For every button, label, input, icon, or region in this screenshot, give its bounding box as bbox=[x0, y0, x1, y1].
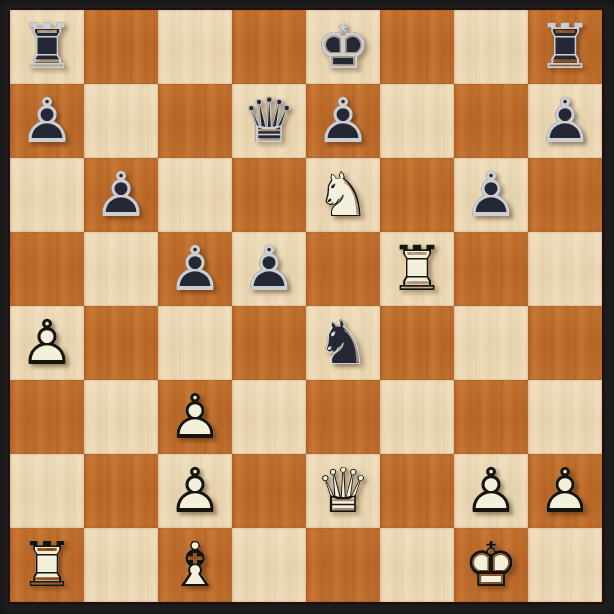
bishop-glyph-outline: ♗ bbox=[158, 528, 232, 602]
square-a8[interactable]: ♜♖ bbox=[10, 10, 84, 84]
rook-glyph-outline: ♖ bbox=[10, 10, 84, 84]
pawn-glyph-outline: ♙ bbox=[158, 380, 232, 454]
square-f4[interactable] bbox=[380, 306, 454, 380]
square-c3[interactable]: ♟♙ bbox=[158, 380, 232, 454]
white-knight-e6[interactable]: ♞♘ bbox=[306, 158, 380, 232]
square-a3[interactable] bbox=[10, 380, 84, 454]
square-g8[interactable] bbox=[454, 10, 528, 84]
white-bishop-c1[interactable]: ♝♗ bbox=[158, 528, 232, 602]
pawn-glyph-outline: ♙ bbox=[454, 158, 528, 232]
square-c2[interactable]: ♟♙ bbox=[158, 454, 232, 528]
square-h2[interactable]: ♟♙ bbox=[528, 454, 602, 528]
square-e4[interactable]: ♞♘ bbox=[306, 306, 380, 380]
rook-glyph-outline: ♖ bbox=[528, 10, 602, 84]
square-d8[interactable] bbox=[232, 10, 306, 84]
square-e2[interactable]: ♛♕ bbox=[306, 454, 380, 528]
square-b8[interactable] bbox=[84, 10, 158, 84]
rook-glyph-outline: ♖ bbox=[10, 528, 84, 602]
chess-board[interactable]: ♜♖♚♔♜♖♟♙♛♕♟♙♟♙♟♙♞♘♟♙♟♙♟♙♜♖♟♙♞♘♟♙♟♙♛♕♟♙♟♙… bbox=[10, 10, 602, 602]
pawn-glyph-outline: ♙ bbox=[306, 84, 380, 158]
white-pawn-g2[interactable]: ♟♙ bbox=[454, 454, 528, 528]
rook-glyph-outline: ♖ bbox=[380, 232, 454, 306]
king-glyph-outline: ♔ bbox=[306, 10, 380, 84]
square-a5[interactable] bbox=[10, 232, 84, 306]
square-h1[interactable] bbox=[528, 528, 602, 602]
black-pawn-b6[interactable]: ♟♙ bbox=[84, 158, 158, 232]
square-g2[interactable]: ♟♙ bbox=[454, 454, 528, 528]
square-b2[interactable] bbox=[84, 454, 158, 528]
black-pawn-a7[interactable]: ♟♙ bbox=[10, 84, 84, 158]
square-e6[interactable]: ♞♘ bbox=[306, 158, 380, 232]
white-rook-f5[interactable]: ♜♖ bbox=[380, 232, 454, 306]
white-king-g1[interactable]: ♚♔ bbox=[454, 528, 528, 602]
pawn-glyph-outline: ♙ bbox=[158, 232, 232, 306]
black-queen-d7[interactable]: ♛♕ bbox=[232, 84, 306, 158]
square-e8[interactable]: ♚♔ bbox=[306, 10, 380, 84]
square-f2[interactable] bbox=[380, 454, 454, 528]
square-d1[interactable] bbox=[232, 528, 306, 602]
white-pawn-c3[interactable]: ♟♙ bbox=[158, 380, 232, 454]
square-g1[interactable]: ♚♔ bbox=[454, 528, 528, 602]
square-c4[interactable] bbox=[158, 306, 232, 380]
square-f5[interactable]: ♜♖ bbox=[380, 232, 454, 306]
pawn-glyph-outline: ♙ bbox=[10, 306, 84, 380]
square-b5[interactable] bbox=[84, 232, 158, 306]
pawn-glyph-outline: ♙ bbox=[10, 84, 84, 158]
square-g3[interactable] bbox=[454, 380, 528, 454]
black-rook-a8[interactable]: ♜♖ bbox=[10, 10, 84, 84]
queen-glyph-outline: ♕ bbox=[306, 454, 380, 528]
square-h7[interactable]: ♟♙ bbox=[528, 84, 602, 158]
black-pawn-c5[interactable]: ♟♙ bbox=[158, 232, 232, 306]
square-g7[interactable] bbox=[454, 84, 528, 158]
white-pawn-a4[interactable]: ♟♙ bbox=[10, 306, 84, 380]
square-h8[interactable]: ♜♖ bbox=[528, 10, 602, 84]
square-f7[interactable] bbox=[380, 84, 454, 158]
square-f3[interactable] bbox=[380, 380, 454, 454]
square-c6[interactable] bbox=[158, 158, 232, 232]
white-pawn-h2[interactable]: ♟♙ bbox=[528, 454, 602, 528]
square-c1[interactable]: ♝♗ bbox=[158, 528, 232, 602]
pawn-glyph-outline: ♙ bbox=[232, 232, 306, 306]
square-h5[interactable] bbox=[528, 232, 602, 306]
pawn-glyph-outline: ♙ bbox=[528, 454, 602, 528]
square-d2[interactable] bbox=[232, 454, 306, 528]
square-g6[interactable]: ♟♙ bbox=[454, 158, 528, 232]
square-a7[interactable]: ♟♙ bbox=[10, 84, 84, 158]
square-c8[interactable] bbox=[158, 10, 232, 84]
black-king-e8[interactable]: ♚♔ bbox=[306, 10, 380, 84]
pawn-glyph-outline: ♙ bbox=[84, 158, 158, 232]
square-a4[interactable]: ♟♙ bbox=[10, 306, 84, 380]
black-rook-h8[interactable]: ♜♖ bbox=[528, 10, 602, 84]
white-queen-e2[interactable]: ♛♕ bbox=[306, 454, 380, 528]
knight-glyph-outline: ♘ bbox=[306, 158, 380, 232]
chess-app: ♜♖♚♔♜♖♟♙♛♕♟♙♟♙♟♙♞♘♟♙♟♙♟♙♜♖♟♙♞♘♟♙♟♙♛♕♟♙♟♙… bbox=[0, 0, 614, 614]
square-f8[interactable] bbox=[380, 10, 454, 84]
pawn-glyph-outline: ♙ bbox=[158, 454, 232, 528]
pawn-glyph-outline: ♙ bbox=[454, 454, 528, 528]
square-c5[interactable]: ♟♙ bbox=[158, 232, 232, 306]
square-e3[interactable] bbox=[306, 380, 380, 454]
black-pawn-e7[interactable]: ♟♙ bbox=[306, 84, 380, 158]
square-a1[interactable]: ♜♖ bbox=[10, 528, 84, 602]
square-d5[interactable]: ♟♙ bbox=[232, 232, 306, 306]
white-rook-a1[interactable]: ♜♖ bbox=[10, 528, 84, 602]
square-h4[interactable] bbox=[528, 306, 602, 380]
square-e5[interactable] bbox=[306, 232, 380, 306]
square-d7[interactable]: ♛♕ bbox=[232, 84, 306, 158]
square-c7[interactable] bbox=[158, 84, 232, 158]
pawn-glyph-outline: ♙ bbox=[528, 84, 602, 158]
square-g4[interactable] bbox=[454, 306, 528, 380]
square-e7[interactable]: ♟♙ bbox=[306, 84, 380, 158]
square-b6[interactable]: ♟♙ bbox=[84, 158, 158, 232]
square-g5[interactable] bbox=[454, 232, 528, 306]
black-pawn-d5[interactable]: ♟♙ bbox=[232, 232, 306, 306]
square-f6[interactable] bbox=[380, 158, 454, 232]
black-knight-e4[interactable]: ♞♘ bbox=[306, 306, 380, 380]
king-glyph-outline: ♔ bbox=[454, 528, 528, 602]
square-b7[interactable] bbox=[84, 84, 158, 158]
square-h3[interactable] bbox=[528, 380, 602, 454]
square-b3[interactable] bbox=[84, 380, 158, 454]
black-pawn-h7[interactable]: ♟♙ bbox=[528, 84, 602, 158]
knight-glyph-outline: ♘ bbox=[306, 306, 380, 380]
square-d6[interactable] bbox=[232, 158, 306, 232]
square-a2[interactable] bbox=[10, 454, 84, 528]
square-a6[interactable] bbox=[10, 158, 84, 232]
white-pawn-c2[interactable]: ♟♙ bbox=[158, 454, 232, 528]
square-e1[interactable] bbox=[306, 528, 380, 602]
square-d4[interactable] bbox=[232, 306, 306, 380]
square-b4[interactable] bbox=[84, 306, 158, 380]
queen-glyph-outline: ♕ bbox=[232, 84, 306, 158]
square-d3[interactable] bbox=[232, 380, 306, 454]
square-f1[interactable] bbox=[380, 528, 454, 602]
square-h6[interactable] bbox=[528, 158, 602, 232]
black-pawn-g6[interactable]: ♟♙ bbox=[454, 158, 528, 232]
square-b1[interactable] bbox=[84, 528, 158, 602]
